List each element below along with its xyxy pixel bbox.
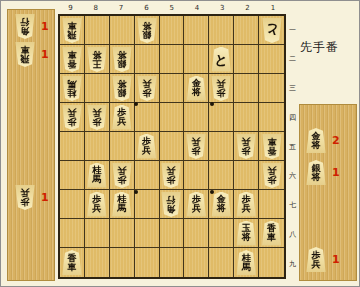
sente-hand-金将[interactable]: 金将2 — [306, 128, 340, 153]
square-6九[interactable] — [135, 248, 160, 277]
piece-kanji: 馬 — [242, 263, 251, 272]
piece-kanji: 兵 — [117, 166, 126, 175]
square-7五[interactable] — [110, 132, 135, 161]
square-9二[interactable]: 香車 — [60, 45, 85, 74]
piece-kanji: 歩 — [67, 117, 76, 126]
square-2一[interactable] — [234, 16, 259, 45]
gote-piece-香車[interactable]: 香車 — [62, 47, 82, 72]
square-2二[interactable] — [234, 45, 259, 74]
square-8八[interactable] — [85, 219, 110, 248]
square-1四[interactable] — [259, 103, 284, 132]
sente-piece-桂馬[interactable]: 桂馬 — [112, 192, 132, 217]
sente-piece-歩兵[interactable]: 歩兵 — [306, 247, 326, 272]
sente-piece-桂馬[interactable]: 桂馬 — [236, 250, 256, 275]
piece-kanji: 王 — [92, 59, 101, 68]
piece-kanji: 将 — [312, 141, 321, 150]
piece-kanji: 車 — [267, 137, 276, 146]
square-6八[interactable] — [135, 219, 160, 248]
piece-kanji: と — [265, 24, 278, 37]
square-5二[interactable] — [160, 45, 185, 74]
piece-kanji: 将 — [142, 21, 151, 30]
col-label-3: 3 — [217, 4, 227, 12]
piece-kanji: と — [215, 53, 228, 66]
piece-kanji: 兵 — [192, 137, 201, 146]
sente-piece-香車[interactable]: 香車 — [62, 250, 82, 275]
piece-kanji: 香 — [267, 146, 276, 155]
hoshi-dot — [210, 190, 214, 194]
sente-hand-銀将[interactable]: 銀将1 — [306, 160, 340, 185]
piece-kanji: 香 — [67, 59, 76, 68]
sente-piece-歩兵[interactable]: 歩兵 — [236, 192, 256, 217]
piece-kanji: 角 — [167, 204, 176, 213]
square-3九[interactable] — [209, 248, 234, 277]
square-7七[interactable]: 桂馬 — [110, 190, 135, 219]
square-2五[interactable]: 歩兵 — [234, 132, 259, 161]
gote-hand-歩兵[interactable]: 歩兵1 — [15, 185, 49, 210]
gote-piece-歩兵[interactable]: 歩兵 — [137, 76, 157, 101]
col-label-4: 4 — [192, 4, 202, 12]
square-3八[interactable] — [209, 219, 234, 248]
square-9五[interactable] — [60, 132, 85, 161]
square-8五[interactable] — [85, 132, 110, 161]
hoshi-dot — [134, 190, 138, 194]
square-3六[interactable] — [209, 161, 234, 190]
gote-piece-香車[interactable]: 香車 — [262, 134, 282, 159]
piece-kanji: 歩 — [242, 146, 251, 155]
square-7六[interactable]: 歩兵 — [110, 161, 135, 190]
square-4三[interactable]: 金将 — [184, 74, 209, 103]
col-label-7: 7 — [116, 4, 126, 12]
piece-kanji: 兵 — [267, 166, 276, 175]
square-3一[interactable] — [209, 16, 234, 45]
piece-kanji: 馬 — [117, 204, 126, 213]
col-label-6: 6 — [141, 4, 151, 12]
square-7三[interactable]: 銀将 — [110, 74, 135, 103]
square-2七[interactable]: 歩兵 — [234, 190, 259, 219]
sente-piece-歩兵[interactable]: 歩兵 — [137, 134, 157, 159]
square-3二[interactable]: と — [209, 45, 234, 74]
gote-piece-銀将[interactable]: 銀将 — [112, 76, 132, 101]
piece-kanji: 歩 — [167, 175, 176, 184]
piece-kanji: 馬 — [92, 175, 101, 184]
piece-kanji: 将 — [117, 50, 126, 59]
square-7四[interactable]: 歩兵 — [110, 103, 135, 132]
square-4五[interactable]: 歩兵 — [184, 132, 209, 161]
square-6四[interactable] — [135, 103, 160, 132]
gote-piece-飛車[interactable]: 飛車 — [15, 42, 35, 67]
piece-kanji: 歩 — [21, 198, 30, 207]
hand-count: 1 — [41, 48, 49, 61]
gote-piece-銀将[interactable]: 銀将 — [137, 18, 157, 43]
square-4六[interactable] — [184, 161, 209, 190]
square-9六[interactable] — [60, 161, 85, 190]
piece-kanji: 車 — [67, 50, 76, 59]
turn-indicator: 先手番 — [300, 39, 356, 56]
piece-kanji: 将 — [92, 50, 101, 59]
piece-kanji: 兵 — [21, 189, 30, 198]
gote-piece-歩兵[interactable]: 歩兵 — [62, 105, 82, 130]
piece-kanji: 銀 — [117, 59, 126, 68]
square-7二[interactable]: 銀将 — [110, 45, 135, 74]
square-1九[interactable] — [259, 248, 284, 277]
gote-piece-王将[interactable]: 王将 — [87, 47, 107, 72]
square-8四[interactable]: 歩兵 — [85, 103, 110, 132]
gote-piece-歩兵[interactable]: 歩兵 — [236, 134, 256, 159]
row-label-5: 五 — [288, 142, 297, 152]
gote-piece-歩兵[interactable]: 歩兵 — [15, 185, 35, 210]
board-grid: 飛車銀将と香車王将銀将と桂馬銀将歩兵金将歩兵歩兵歩兵歩兵歩兵歩兵歩兵香車桂馬歩兵… — [60, 16, 284, 277]
shogi-diagram: 飛車銀将と香車王将銀将と桂馬銀将歩兵金将歩兵歩兵歩兵歩兵歩兵歩兵歩兵香車桂馬歩兵… — [0, 0, 360, 287]
square-4二[interactable] — [184, 45, 209, 74]
gote-piece-歩兵[interactable]: 歩兵 — [186, 134, 206, 159]
gote-piece-歩兵[interactable]: 歩兵 — [112, 163, 132, 188]
square-6六[interactable] — [135, 161, 160, 190]
row-label-1: 一 — [288, 25, 297, 35]
square-8一[interactable] — [85, 16, 110, 45]
piece-kanji: 兵 — [142, 79, 151, 88]
sente-piece-と[interactable]: と — [211, 47, 231, 72]
square-6二[interactable] — [135, 45, 160, 74]
piece-kanji: 兵 — [242, 204, 251, 213]
square-8六[interactable]: 桂馬 — [85, 161, 110, 190]
square-4九[interactable] — [184, 248, 209, 277]
square-5六[interactable]: 歩兵 — [160, 161, 185, 190]
sente-piece-金将[interactable]: 金将 — [186, 76, 206, 101]
col-label-2: 2 — [243, 4, 253, 12]
piece-kanji: 兵 — [312, 260, 321, 269]
piece-kanji: 車 — [21, 46, 30, 55]
square-6五[interactable]: 歩兵 — [135, 132, 160, 161]
row-label-2: 二 — [288, 54, 297, 64]
square-5一[interactable] — [160, 16, 185, 45]
piece-kanji: 将 — [117, 79, 126, 88]
square-5三[interactable] — [160, 74, 185, 103]
square-9四[interactable]: 歩兵 — [60, 103, 85, 132]
square-1七[interactable] — [259, 190, 284, 219]
row-label-6: 六 — [288, 171, 297, 181]
square-1二[interactable] — [259, 45, 284, 74]
col-label-5: 5 — [167, 4, 177, 12]
square-3五[interactable] — [209, 132, 234, 161]
square-6七[interactable] — [135, 190, 160, 219]
sente-piece-桂馬[interactable]: 桂馬 — [87, 163, 107, 188]
sente-piece-香車[interactable]: 香車 — [262, 221, 282, 246]
piece-kanji: 馬 — [67, 79, 76, 88]
square-5九[interactable] — [160, 248, 185, 277]
gote-piece-歩兵[interactable]: 歩兵 — [161, 163, 181, 188]
square-5八[interactable] — [160, 219, 185, 248]
row-label-4: 四 — [288, 113, 297, 123]
col-label-8: 8 — [91, 4, 101, 12]
sente-piece-金将[interactable]: 金将 — [306, 128, 326, 153]
piece-kanji: 兵 — [67, 108, 76, 117]
col-label-1: 1 — [268, 4, 278, 12]
square-2九[interactable]: 桂馬 — [234, 248, 259, 277]
square-8七[interactable]: 歩兵 — [85, 190, 110, 219]
square-4八[interactable] — [184, 219, 209, 248]
sente-piece-銀将[interactable]: 銀将 — [306, 160, 326, 185]
row-label-9: 九 — [288, 259, 297, 269]
hand-count: 1 — [332, 253, 340, 266]
piece-kanji: 歩 — [267, 175, 276, 184]
square-7八[interactable] — [110, 219, 135, 248]
hoshi-dot — [210, 102, 214, 106]
piece-kanji: 飛 — [21, 55, 30, 64]
piece-kanji: 将 — [312, 173, 321, 182]
square-8二[interactable]: 王将 — [85, 45, 110, 74]
square-1三[interactable] — [259, 74, 284, 103]
hand-count: 1 — [332, 166, 340, 179]
square-9九[interactable]: 香車 — [60, 248, 85, 277]
shogi-board: 飛車銀将と香車王将銀将と桂馬銀将歩兵金将歩兵歩兵歩兵歩兵歩兵歩兵歩兵香車桂馬歩兵… — [58, 14, 286, 279]
gote-piece-銀将[interactable]: 銀将 — [112, 47, 132, 72]
hand-count: 1 — [41, 20, 49, 33]
hoshi-dot — [134, 102, 138, 106]
gote-piece-角行[interactable]: 角行 — [161, 192, 181, 217]
gote-piece-と[interactable]: と — [262, 18, 282, 43]
piece-kanji: 行 — [21, 18, 30, 27]
gote-piece-角行[interactable]: 角行 — [15, 14, 35, 39]
col-label-9: 9 — [66, 4, 76, 12]
square-2三[interactable] — [234, 74, 259, 103]
hand-count: 2 — [332, 134, 340, 147]
piece-kanji: 車 — [67, 263, 76, 272]
piece-kanji: 兵 — [142, 146, 151, 155]
sente-piece-玉将[interactable]: 玉将 — [236, 221, 256, 246]
square-5七[interactable]: 角行 — [160, 190, 185, 219]
row-label-8: 八 — [288, 229, 297, 239]
piece-kanji: 行 — [167, 195, 176, 204]
piece-kanji: 歩 — [142, 88, 151, 97]
square-5五[interactable] — [160, 132, 185, 161]
row-label-7: 七 — [288, 200, 297, 210]
piece-kanji: 銀 — [142, 30, 151, 39]
sente-piece-歩兵[interactable]: 歩兵 — [186, 192, 206, 217]
square-1八[interactable]: 香車 — [259, 219, 284, 248]
square-4四[interactable] — [184, 103, 209, 132]
square-7九[interactable] — [110, 248, 135, 277]
square-1一[interactable]: と — [259, 16, 284, 45]
piece-kanji: 兵 — [92, 108, 101, 117]
piece-kanji: 車 — [67, 21, 76, 30]
piece-kanji: 兵 — [242, 137, 251, 146]
row-label-3: 三 — [288, 83, 297, 93]
sente-piece-歩兵[interactable]: 歩兵 — [87, 192, 107, 217]
piece-kanji: 歩 — [217, 88, 226, 97]
piece-kanji: 兵 — [92, 204, 101, 213]
square-3三[interactable]: 歩兵 — [209, 74, 234, 103]
hand-count: 1 — [41, 191, 49, 204]
piece-kanji: 兵 — [167, 166, 176, 175]
gote-hand-角行[interactable]: 角行1 — [15, 14, 49, 39]
square-4一[interactable] — [184, 16, 209, 45]
piece-kanji: 兵 — [192, 204, 201, 213]
piece-kanji: 将 — [192, 88, 201, 97]
square-9三[interactable]: 桂馬 — [60, 74, 85, 103]
square-2八[interactable]: 玉将 — [234, 219, 259, 248]
square-1五[interactable]: 香車 — [259, 132, 284, 161]
gote-piece-歩兵[interactable]: 歩兵 — [211, 76, 231, 101]
square-3四[interactable] — [209, 103, 234, 132]
gote-piece-歩兵[interactable]: 歩兵 — [262, 163, 282, 188]
square-8九[interactable] — [85, 248, 110, 277]
gote-piece-飛車[interactable]: 飛車 — [62, 18, 82, 43]
piece-kanji: 歩 — [192, 146, 201, 155]
sente-hand-歩兵[interactable]: 歩兵1 — [306, 247, 340, 272]
square-5四[interactable] — [160, 103, 185, 132]
piece-kanji: 飛 — [67, 30, 76, 39]
square-1六[interactable]: 歩兵 — [259, 161, 284, 190]
sente-piece-金将[interactable]: 金将 — [211, 192, 231, 217]
piece-kanji: 角 — [21, 27, 30, 36]
square-4七[interactable]: 歩兵 — [184, 190, 209, 219]
square-9一[interactable]: 飛車 — [60, 16, 85, 45]
piece-kanji: 将 — [242, 233, 251, 242]
gote-piece-歩兵[interactable]: 歩兵 — [87, 105, 107, 130]
square-7一[interactable] — [110, 16, 135, 45]
square-2六[interactable] — [234, 161, 259, 190]
piece-kanji: 将 — [217, 204, 226, 213]
square-8三[interactable] — [85, 74, 110, 103]
piece-kanji: 兵 — [217, 79, 226, 88]
piece-kanji: 桂 — [67, 88, 76, 97]
sente-piece-歩兵[interactable]: 歩兵 — [112, 105, 132, 130]
square-6三[interactable]: 歩兵 — [135, 74, 160, 103]
square-9七[interactable] — [60, 190, 85, 219]
gote-piece-桂馬[interactable]: 桂馬 — [62, 76, 82, 101]
piece-kanji: 歩 — [117, 175, 126, 184]
piece-kanji: 銀 — [117, 88, 126, 97]
square-6一[interactable]: 銀将 — [135, 16, 160, 45]
square-9八[interactable] — [60, 219, 85, 248]
square-3七[interactable]: 金将 — [209, 190, 234, 219]
piece-kanji: 歩 — [92, 117, 101, 126]
piece-kanji: 車 — [267, 233, 276, 242]
gote-hand-飛車[interactable]: 飛車1 — [15, 42, 49, 67]
piece-kanji: 兵 — [117, 117, 126, 126]
square-2四[interactable] — [234, 103, 259, 132]
